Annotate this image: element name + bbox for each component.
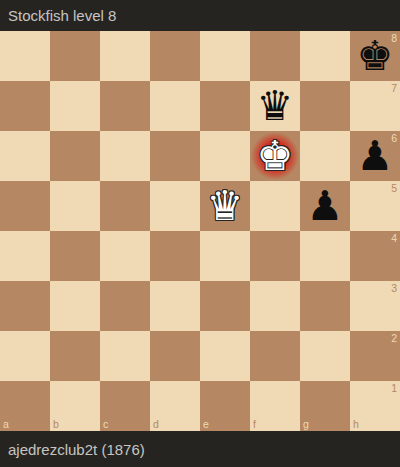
file-label-h: h [353,419,359,430]
square-a2[interactable] [0,331,50,381]
file-label-d: d [153,419,159,430]
player-bar: ajedrezclub2t (1876) [0,431,400,467]
square-h2[interactable]: 2 [350,331,400,381]
square-b4[interactable] [50,231,100,281]
rank-label-4: 4 [391,233,397,244]
square-h4[interactable]: 4 [350,231,400,281]
rank-label-3: 3 [391,283,397,294]
square-h8[interactable]: 8♚ [350,31,400,81]
square-b5[interactable] [50,181,100,231]
square-a1[interactable]: a [0,381,50,431]
square-e2[interactable] [200,331,250,381]
square-d4[interactable] [150,231,200,281]
white-king[interactable]: ♚ [250,131,300,181]
file-label-a: a [3,419,9,430]
black-pawn[interactable]: ♟ [300,181,350,231]
square-e8[interactable] [200,31,250,81]
square-g5[interactable]: ♟ [300,181,350,231]
square-h5[interactable]: 5 [350,181,400,231]
square-a8[interactable] [0,31,50,81]
square-c5[interactable] [100,181,150,231]
opponent-bar: Stockfish level 8 [0,0,400,31]
square-f4[interactable] [250,231,300,281]
square-g2[interactable] [300,331,350,381]
chess-board: 8♚♛7♚6♟♛♟5432abcdefg1h [0,31,400,431]
square-a6[interactable] [0,131,50,181]
file-label-c: c [103,419,108,430]
square-d8[interactable] [150,31,200,81]
square-d6[interactable] [150,131,200,181]
rank-label-7: 7 [391,83,397,94]
square-c4[interactable] [100,231,150,281]
rank-label-5: 5 [391,183,397,194]
file-label-g: g [303,419,309,430]
square-h3[interactable]: 3 [350,281,400,331]
square-f8[interactable] [250,31,300,81]
square-c1[interactable]: c [100,381,150,431]
square-d3[interactable] [150,281,200,331]
square-c2[interactable] [100,331,150,381]
square-a4[interactable] [0,231,50,281]
black-queen[interactable]: ♛ [250,81,300,131]
square-f7[interactable]: ♛ [250,81,300,131]
square-c8[interactable] [100,31,150,81]
square-g3[interactable] [300,281,350,331]
square-a3[interactable] [0,281,50,331]
square-g7[interactable] [300,81,350,131]
square-b3[interactable] [50,281,100,331]
square-a5[interactable] [0,181,50,231]
square-b7[interactable] [50,81,100,131]
square-c6[interactable] [100,131,150,181]
rank-label-1: 1 [391,383,397,394]
file-label-f: f [253,419,256,430]
square-e7[interactable] [200,81,250,131]
file-label-e: e [203,419,209,430]
square-a7[interactable] [0,81,50,131]
player-name[interactable]: ajedrezclub2t (1876) [8,441,145,458]
square-g1[interactable]: g [300,381,350,431]
square-d7[interactable] [150,81,200,131]
square-b8[interactable] [50,31,100,81]
square-f1[interactable]: f [250,381,300,431]
game-window: Stockfish level 8 8♚♛7♚6♟♛♟5432abcdefg1h… [0,0,400,467]
square-d1[interactable]: d [150,381,200,431]
square-b1[interactable]: b [50,381,100,431]
square-f5[interactable] [250,181,300,231]
square-b6[interactable] [50,131,100,181]
square-h6[interactable]: 6♟ [350,131,400,181]
black-king[interactable]: ♚ [350,31,400,81]
square-d5[interactable] [150,181,200,231]
square-g4[interactable] [300,231,350,281]
square-f2[interactable] [250,331,300,381]
square-d2[interactable] [150,331,200,381]
square-f3[interactable] [250,281,300,331]
square-b2[interactable] [50,331,100,381]
square-g8[interactable] [300,31,350,81]
square-e1[interactable]: e [200,381,250,431]
square-c7[interactable] [100,81,150,131]
file-label-b: b [53,419,59,430]
square-f6[interactable]: ♚ [250,131,300,181]
square-g6[interactable] [300,131,350,181]
rank-label-2: 2 [391,333,397,344]
black-pawn[interactable]: ♟ [350,131,400,181]
square-h1[interactable]: 1h [350,381,400,431]
square-e6[interactable] [200,131,250,181]
square-e5[interactable]: ♛ [200,181,250,231]
white-queen[interactable]: ♛ [200,181,250,231]
square-h7[interactable]: 7 [350,81,400,131]
square-e4[interactable] [200,231,250,281]
square-c3[interactable] [100,281,150,331]
opponent-name: Stockfish level 8 [8,7,116,24]
square-e3[interactable] [200,281,250,331]
